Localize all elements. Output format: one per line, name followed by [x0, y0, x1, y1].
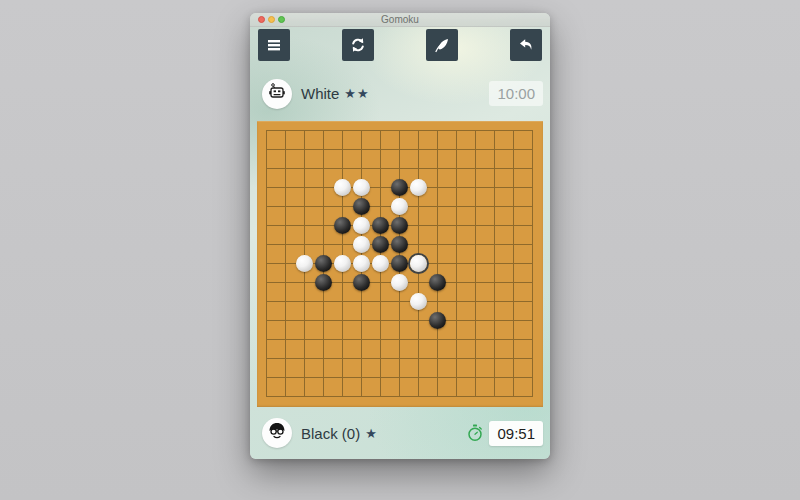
window-title: Gomoku — [250, 13, 550, 27]
stone-white[interactable] — [353, 179, 370, 196]
gomoku-board[interactable] — [257, 121, 543, 407]
stone-white[interactable] — [410, 293, 427, 310]
stone-white[interactable] — [296, 255, 313, 272]
stone-white[interactable] — [334, 179, 351, 196]
stone-white[interactable] — [353, 236, 370, 253]
stone-black[interactable] — [429, 312, 446, 329]
menu-button[interactable] — [258, 29, 290, 61]
robot-icon — [266, 81, 288, 107]
white-player-name: White — [301, 85, 339, 102]
stone-black[interactable] — [391, 236, 408, 253]
feather-icon — [433, 36, 451, 54]
stone-black[interactable] — [391, 255, 408, 272]
stone-black[interactable] — [372, 217, 389, 234]
stone-white[interactable] — [391, 198, 408, 215]
black-player-row: Black (0) ★ 09:51 — [250, 407, 550, 459]
white-avatar — [262, 79, 292, 109]
undo-button[interactable] — [510, 29, 542, 61]
stopwatch-icon — [467, 424, 483, 442]
stone-white[interactable] — [353, 217, 370, 234]
stone-black[interactable] — [429, 274, 446, 291]
white-player-row: White ★★ 10:00 — [250, 66, 550, 121]
stone-black[interactable] — [391, 217, 408, 234]
hint-button[interactable] — [426, 29, 458, 61]
stone-white[interactable] — [353, 255, 370, 272]
stone-white[interactable] — [410, 179, 427, 196]
titlebar: Gomoku — [250, 13, 550, 27]
undo-icon — [517, 36, 535, 54]
restart-button[interactable] — [342, 29, 374, 61]
stone-white[interactable] — [391, 274, 408, 291]
restart-icon — [349, 36, 367, 54]
black-player-stars: ★ — [365, 426, 378, 441]
stone-black[interactable] — [353, 274, 370, 291]
person-glasses-icon — [265, 419, 289, 447]
stone-black[interactable] — [391, 179, 408, 196]
stone-black[interactable] — [353, 198, 370, 215]
stone-white-last-move[interactable] — [410, 255, 427, 272]
black-clock: 09:51 — [489, 421, 543, 446]
stone-black[interactable] — [372, 236, 389, 253]
stone-white[interactable] — [372, 255, 389, 272]
black-player-name: Black (0) — [301, 425, 360, 442]
stone-white[interactable] — [334, 255, 351, 272]
gomoku-window: Gomoku — [250, 13, 550, 459]
stone-black[interactable] — [315, 274, 332, 291]
white-player-stars: ★★ — [344, 86, 369, 101]
menu-icon — [265, 36, 283, 54]
stone-black[interactable] — [334, 217, 351, 234]
black-avatar — [262, 418, 292, 448]
toolbar — [250, 27, 550, 66]
stone-layer — [266, 130, 533, 397]
stone-black[interactable] — [315, 255, 332, 272]
white-clock: 10:00 — [489, 81, 543, 106]
